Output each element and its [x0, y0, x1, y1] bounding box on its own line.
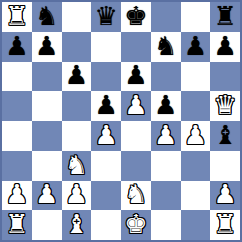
black-knight[interactable]: ♞ [35, 3, 58, 29]
white-rook[interactable]: ♜ [5, 211, 28, 237]
square-d6[interactable] [91, 62, 121, 92]
black-knight[interactable]: ♞ [154, 33, 177, 59]
square-g7[interactable]: ♟ [181, 32, 211, 62]
square-e6[interactable]: ♟ [121, 62, 151, 92]
black-pawn[interactable]: ♟ [184, 33, 207, 59]
square-h3[interactable] [210, 151, 240, 181]
black-pawn[interactable]: ♟ [213, 33, 236, 59]
square-a6[interactable] [2, 62, 32, 92]
square-a8[interactable]: ♜ [2, 2, 32, 32]
square-d8[interactable]: ♛ [91, 2, 121, 32]
white-pawn[interactable]: ♟ [124, 92, 147, 118]
white-bishop[interactable]: ♝ [65, 211, 88, 237]
square-f7[interactable]: ♞ [151, 32, 181, 62]
white-rook[interactable]: ♜ [213, 211, 236, 237]
square-c5[interactable] [62, 91, 92, 121]
square-d5[interactable]: ♟ [91, 91, 121, 121]
square-b5[interactable] [32, 91, 62, 121]
square-a4[interactable] [2, 121, 32, 151]
square-g5[interactable] [181, 91, 211, 121]
white-pawn[interactable]: ♟ [94, 122, 117, 148]
square-f1[interactable] [151, 210, 181, 240]
square-c1[interactable]: ♝ [62, 210, 92, 240]
square-b8[interactable]: ♞ [32, 2, 62, 32]
square-g2[interactable] [181, 181, 211, 211]
square-a7[interactable]: ♟ [2, 32, 32, 62]
square-c7[interactable] [62, 32, 92, 62]
square-e5[interactable]: ♟ [121, 91, 151, 121]
black-pawn[interactable]: ♟ [94, 92, 117, 118]
square-h5[interactable]: ♛ [210, 91, 240, 121]
square-b7[interactable]: ♟ [32, 32, 62, 62]
white-pawn[interactable]: ♟ [213, 181, 236, 207]
square-e2[interactable]: ♞ [121, 181, 151, 211]
square-f5[interactable]: ♟ [151, 91, 181, 121]
white-pawn[interactable]: ♟ [154, 122, 177, 148]
square-h6[interactable] [210, 62, 240, 92]
square-d3[interactable] [91, 151, 121, 181]
square-e3[interactable] [121, 151, 151, 181]
square-a2[interactable]: ♟ [2, 181, 32, 211]
square-g8[interactable] [181, 2, 211, 32]
white-pawn[interactable]: ♟ [184, 122, 207, 148]
white-rook[interactable]: ♜ [5, 3, 28, 29]
square-h1[interactable]: ♜ [210, 210, 240, 240]
black-rook[interactable]: ♜ [213, 3, 236, 29]
square-f6[interactable] [151, 62, 181, 92]
square-d7[interactable] [91, 32, 121, 62]
square-b3[interactable] [32, 151, 62, 181]
black-pawn[interactable]: ♟ [154, 92, 177, 118]
square-g6[interactable] [181, 62, 211, 92]
black-king[interactable]: ♚ [124, 3, 147, 29]
square-b1[interactable] [32, 210, 62, 240]
square-a1[interactable]: ♜ [2, 210, 32, 240]
square-a5[interactable] [2, 91, 32, 121]
square-f8[interactable] [151, 2, 181, 32]
black-pawn[interactable]: ♟ [124, 62, 147, 88]
square-d2[interactable] [91, 181, 121, 211]
square-f4[interactable]: ♟ [151, 121, 181, 151]
square-d1[interactable] [91, 210, 121, 240]
white-queen[interactable]: ♛ [213, 92, 236, 118]
white-pawn[interactable]: ♟ [65, 181, 88, 207]
square-d4[interactable]: ♟ [91, 121, 121, 151]
square-a3[interactable] [2, 151, 32, 181]
square-f2[interactable] [151, 181, 181, 211]
black-queen[interactable]: ♛ [94, 3, 117, 29]
square-e1[interactable]: ♚ [121, 210, 151, 240]
square-g3[interactable] [181, 151, 211, 181]
black-bishop[interactable]: ♝ [213, 122, 236, 148]
square-e4[interactable] [121, 121, 151, 151]
white-knight[interactable]: ♞ [65, 152, 88, 178]
square-g4[interactable]: ♟ [181, 121, 211, 151]
square-f3[interactable] [151, 151, 181, 181]
black-pawn[interactable]: ♟ [35, 33, 58, 59]
square-b6[interactable] [32, 62, 62, 92]
square-h8[interactable]: ♜ [210, 2, 240, 32]
square-c4[interactable] [62, 121, 92, 151]
square-e7[interactable] [121, 32, 151, 62]
square-c3[interactable]: ♞ [62, 151, 92, 181]
white-pawn[interactable]: ♟ [5, 181, 28, 207]
white-pawn[interactable]: ♟ [35, 181, 58, 207]
square-e8[interactable]: ♚ [121, 2, 151, 32]
square-g1[interactable] [181, 210, 211, 240]
square-c2[interactable]: ♟ [62, 181, 92, 211]
square-c8[interactable] [62, 2, 92, 32]
square-h2[interactable]: ♟ [210, 181, 240, 211]
square-b4[interactable] [32, 121, 62, 151]
chess-board: ♜♞♛♚♜♟♟♞♟♟♟♟♟♟♟♛♟♟♟♝♞♟♟♟♞♟♜♝♚♜ [0, 0, 242, 242]
square-h7[interactable]: ♟ [210, 32, 240, 62]
square-c6[interactable]: ♟ [62, 62, 92, 92]
square-b2[interactable]: ♟ [32, 181, 62, 211]
black-pawn[interactable]: ♟ [5, 33, 28, 59]
white-king[interactable]: ♚ [124, 211, 147, 237]
square-h4[interactable]: ♝ [210, 121, 240, 151]
black-pawn[interactable]: ♟ [65, 62, 88, 88]
white-knight[interactable]: ♞ [124, 181, 147, 207]
